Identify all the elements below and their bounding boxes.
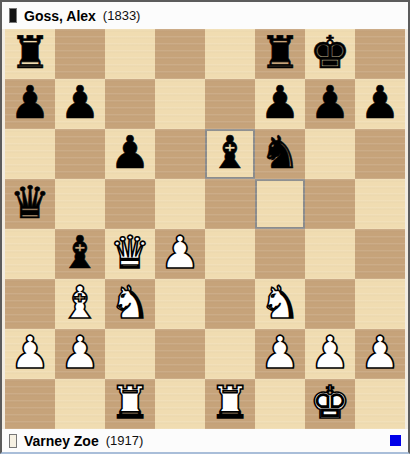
piece-black-pawn-icon: ♟ [360,78,400,128]
white-player-color-icon [9,434,17,448]
square-b4[interactable]: ♝ [55,229,105,279]
square-c3[interactable]: ♞ [105,279,155,329]
piece-black-pawn-icon: ♟ [310,78,350,128]
square-a4[interactable] [5,229,55,279]
piece-black-queen-icon: ♛ [10,178,50,228]
piece-black-bishop-icon: ♝ [210,128,250,178]
square-c5[interactable] [105,179,155,229]
square-c8[interactable] [105,29,155,79]
piece-black-pawn-icon: ♟ [60,78,100,128]
piece-white-queen-icon: ♛ [110,228,150,278]
square-d2[interactable] [155,329,205,379]
square-g5[interactable] [305,179,355,229]
piece-black-pawn-icon: ♟ [10,78,50,128]
square-c7[interactable] [105,79,155,129]
square-f5[interactable] [255,179,305,229]
square-a5[interactable]: ♛ [5,179,55,229]
piece-black-pawn-icon: ♟ [260,78,300,128]
square-e3[interactable] [205,279,255,329]
square-h5[interactable] [355,179,405,229]
square-h2[interactable]: ♟ [355,329,405,379]
bottom-player-rating: (1917) [106,433,144,448]
piece-black-rook-icon: ♜ [10,28,50,78]
square-f3[interactable]: ♞ [255,279,305,329]
piece-black-bishop-icon: ♝ [60,228,100,278]
square-e5[interactable] [205,179,255,229]
square-a2[interactable]: ♟ [5,329,55,379]
piece-white-bishop-icon: ♝ [60,278,100,328]
square-b2[interactable]: ♟ [55,329,105,379]
square-d7[interactable] [155,79,205,129]
piece-white-pawn-icon: ♟ [360,328,400,378]
to-move-indicator [390,435,401,446]
square-b5[interactable] [55,179,105,229]
square-h4[interactable] [355,229,405,279]
square-h6[interactable] [355,129,405,179]
square-e6[interactable]: ♝ [205,129,255,179]
square-f8[interactable]: ♜ [255,29,305,79]
piece-white-pawn-icon: ♟ [160,228,200,278]
square-e1[interactable]: ♜ [205,379,255,429]
piece-black-rook-icon: ♜ [260,28,300,78]
game-window: Goss, Alex (1833) ♜♜♚♟♟♟♟♟♟♝♞♛♝♛♟♝♞♞♟♟♟♟… [0,0,410,454]
top-player-bar: Goss, Alex (1833) [2,2,408,29]
square-b7[interactable]: ♟ [55,79,105,129]
piece-white-king-icon: ♚ [310,378,350,428]
square-a7[interactable]: ♟ [5,79,55,129]
square-d6[interactable] [155,129,205,179]
black-player-color-icon [9,8,17,23]
square-d4[interactable]: ♟ [155,229,205,279]
square-e8[interactable] [205,29,255,79]
square-d8[interactable] [155,29,205,79]
piece-white-pawn-icon: ♟ [10,328,50,378]
square-g4[interactable] [305,229,355,279]
square-d3[interactable] [155,279,205,329]
piece-white-knight-icon: ♞ [260,278,300,328]
square-h1[interactable] [355,379,405,429]
square-e4[interactable] [205,229,255,279]
square-f2[interactable]: ♟ [255,329,305,379]
piece-white-pawn-icon: ♟ [310,328,350,378]
square-a8[interactable]: ♜ [5,29,55,79]
square-h8[interactable] [355,29,405,79]
square-h7[interactable]: ♟ [355,79,405,129]
square-g2[interactable]: ♟ [305,329,355,379]
square-d5[interactable] [155,179,205,229]
piece-black-knight-icon: ♞ [260,128,300,178]
bottom-player-bar: Varney Zoe (1917) [2,429,408,452]
top-player-rating: (1833) [103,8,141,23]
square-g8[interactable]: ♚ [305,29,355,79]
square-c2[interactable] [105,329,155,379]
square-b6[interactable] [55,129,105,179]
chess-board: ♜♜♚♟♟♟♟♟♟♝♞♛♝♛♟♝♞♞♟♟♟♟♟♜♜♚ [5,29,405,429]
piece-white-pawn-icon: ♟ [260,328,300,378]
piece-black-king-icon: ♚ [310,28,350,78]
square-b8[interactable] [55,29,105,79]
square-c1[interactable]: ♜ [105,379,155,429]
square-e7[interactable] [205,79,255,129]
top-player-name: Goss, Alex [24,8,96,24]
bottom-player-name: Varney Zoe [24,433,99,449]
square-b3[interactable]: ♝ [55,279,105,329]
square-g3[interactable] [305,279,355,329]
square-a1[interactable] [5,379,55,429]
piece-white-pawn-icon: ♟ [60,328,100,378]
square-g1[interactable]: ♚ [305,379,355,429]
square-g6[interactable] [305,129,355,179]
square-h3[interactable] [355,279,405,329]
piece-white-knight-icon: ♞ [110,278,150,328]
square-d1[interactable] [155,379,205,429]
square-b1[interactable] [55,379,105,429]
square-a3[interactable] [5,279,55,329]
square-f1[interactable] [255,379,305,429]
square-g7[interactable]: ♟ [305,79,355,129]
square-e2[interactable] [205,329,255,379]
square-c6[interactable]: ♟ [105,129,155,179]
square-c4[interactable]: ♛ [105,229,155,279]
piece-white-rook-icon: ♜ [110,378,150,428]
piece-white-rook-icon: ♜ [210,378,250,428]
square-f7[interactable]: ♟ [255,79,305,129]
square-a6[interactable] [5,129,55,179]
piece-black-pawn-icon: ♟ [110,128,150,178]
square-f6[interactable]: ♞ [255,129,305,179]
square-f4[interactable] [255,229,305,279]
